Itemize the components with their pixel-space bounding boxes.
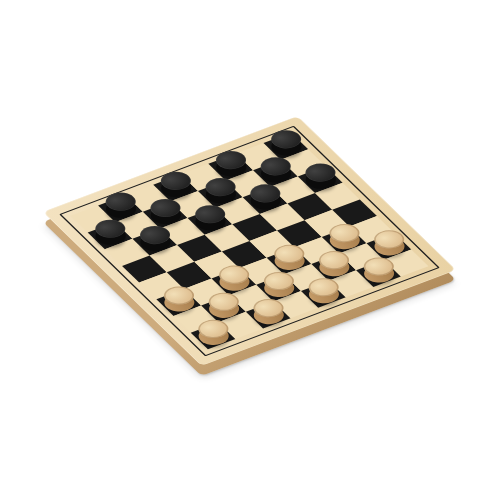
product-photo-stage bbox=[0, 0, 500, 500]
checkers-board bbox=[43, 116, 456, 366]
wood-man-r8c1[interactable] bbox=[192, 323, 233, 348]
board-play-area bbox=[71, 133, 429, 350]
